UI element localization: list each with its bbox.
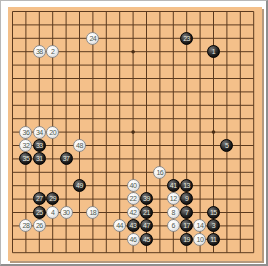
stone-white-2: 2	[46, 45, 59, 58]
stone-white-38: 38	[33, 45, 46, 58]
stone-white-42: 42	[127, 206, 140, 219]
go-board[interactable]: 1234567891011121314151617181920212223242…	[8, 7, 262, 261]
stone-black-15: 15	[207, 206, 220, 219]
stone-black-11: 11	[207, 233, 220, 246]
stone-black-49: 49	[73, 179, 86, 192]
stone-white-36: 36	[19, 126, 32, 139]
stone-black-31: 31	[33, 152, 46, 165]
stone-white-8: 8	[167, 206, 180, 219]
stone-white-40: 40	[127, 179, 140, 192]
stone-white-24: 24	[86, 32, 99, 45]
stone-black-17: 17	[180, 219, 193, 232]
stone-white-6: 6	[167, 219, 180, 232]
stone-black-45: 45	[140, 233, 153, 246]
stone-white-46: 46	[127, 233, 140, 246]
stone-white-28: 28	[19, 219, 32, 232]
stone-black-1: 1	[207, 45, 220, 58]
stone-black-29: 29	[46, 192, 59, 205]
stone-black-3: 3	[207, 219, 220, 232]
stone-black-13: 13	[180, 179, 193, 192]
stone-black-27: 27	[33, 192, 46, 205]
stone-black-25: 25	[33, 206, 46, 219]
stone-white-10: 10	[193, 233, 206, 246]
stone-black-43: 43	[127, 219, 140, 232]
go-diagram-frame: 1234567891011121314151617181920212223242…	[0, 0, 268, 266]
stone-white-18: 18	[86, 206, 99, 219]
stone-black-35: 35	[19, 152, 32, 165]
stone-white-20: 20	[46, 126, 59, 139]
stone-layer: 1234567891011121314151617181920212223242…	[6, 5, 260, 259]
stone-white-26: 26	[33, 219, 46, 232]
stone-black-23: 23	[180, 32, 193, 45]
stone-white-30: 30	[60, 206, 73, 219]
stone-white-44: 44	[113, 219, 126, 232]
stone-black-41: 41	[167, 179, 180, 192]
stone-black-21: 21	[140, 206, 153, 219]
stone-black-19: 19	[180, 233, 193, 246]
stone-white-32: 32	[19, 139, 32, 152]
stone-black-37: 37	[60, 152, 73, 165]
stone-black-9: 9	[180, 192, 193, 205]
stone-black-47: 47	[140, 219, 153, 232]
stone-white-14: 14	[193, 219, 206, 232]
stone-white-4: 4	[46, 206, 59, 219]
stone-black-33: 33	[33, 139, 46, 152]
stone-white-16: 16	[153, 166, 166, 179]
stone-black-7: 7	[180, 206, 193, 219]
stone-black-5: 5	[220, 139, 233, 152]
stone-black-39: 39	[140, 192, 153, 205]
stone-white-22: 22	[127, 192, 140, 205]
stone-white-34: 34	[33, 126, 46, 139]
stone-white-48: 48	[73, 139, 86, 152]
stone-white-12: 12	[167, 192, 180, 205]
